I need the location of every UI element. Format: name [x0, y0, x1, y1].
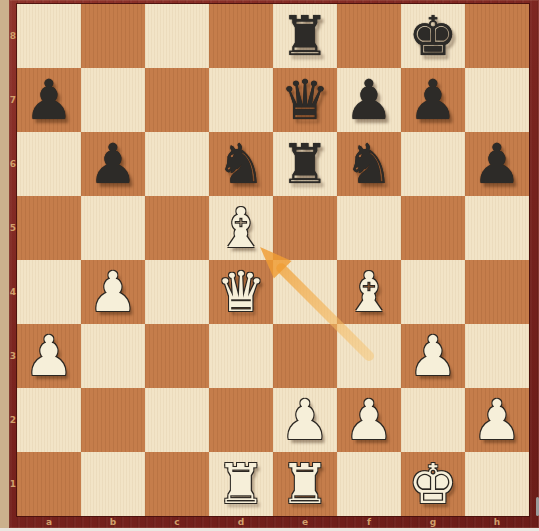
rank-label-4: 4 [9, 260, 17, 324]
square-c7[interactable] [145, 68, 209, 132]
square-e6[interactable]: ♜ [273, 132, 337, 196]
file-label-a: a [17, 516, 81, 528]
square-a5[interactable] [17, 196, 81, 260]
square-d8[interactable] [209, 4, 273, 68]
piece-black-knight-f6[interactable]: ♞ [337, 132, 401, 196]
square-h4[interactable] [465, 260, 529, 324]
square-c8[interactable] [145, 4, 209, 68]
square-c1[interactable] [145, 452, 209, 516]
square-e8[interactable]: ♜ [273, 4, 337, 68]
square-c4[interactable] [145, 260, 209, 324]
chess-app: { "game": "chess", "position": { "fen": … [0, 0, 539, 531]
square-d7[interactable] [209, 68, 273, 132]
square-g1[interactable]: ♚ [401, 452, 465, 516]
piece-black-pawn-b6[interactable]: ♟ [81, 132, 145, 196]
file-label-d: d [209, 516, 273, 528]
square-d4[interactable]: ♛ [209, 260, 273, 324]
piece-white-king-g1[interactable]: ♚ [401, 452, 465, 516]
piece-white-rook-e1[interactable]: ♜ [273, 452, 337, 516]
square-e3[interactable] [273, 324, 337, 388]
square-h8[interactable] [465, 4, 529, 68]
piece-black-knight-d6[interactable]: ♞ [209, 132, 273, 196]
piece-white-bishop-d5[interactable]: ♝ [209, 196, 273, 260]
square-g2[interactable] [401, 388, 465, 452]
piece-white-pawn-h2[interactable]: ♟ [465, 388, 529, 452]
file-label-b: b [81, 516, 145, 528]
square-f8[interactable] [337, 4, 401, 68]
rank-label-7: 7 [9, 68, 17, 132]
square-h6[interactable]: ♟ [465, 132, 529, 196]
rank-label-8: 8 [9, 4, 17, 68]
square-d6[interactable]: ♞ [209, 132, 273, 196]
square-b8[interactable] [81, 4, 145, 68]
square-a3[interactable]: ♟ [17, 324, 81, 388]
board-frame: ♜♚♟♛♟♟♟♞♜♞♟♝♟♛♝♟♟♟♟♟♜♜♚ 87654321 abcdefg… [9, 0, 539, 528]
square-g8[interactable]: ♚ [401, 4, 465, 68]
square-e1[interactable]: ♜ [273, 452, 337, 516]
square-a1[interactable] [17, 452, 81, 516]
square-f6[interactable]: ♞ [337, 132, 401, 196]
square-f2[interactable]: ♟ [337, 388, 401, 452]
square-b3[interactable] [81, 324, 145, 388]
square-d2[interactable] [209, 388, 273, 452]
file-label-g: g [401, 516, 465, 528]
square-b2[interactable] [81, 388, 145, 452]
square-d5[interactable]: ♝ [209, 196, 273, 260]
square-h1[interactable] [465, 452, 529, 516]
square-e7[interactable]: ♛ [273, 68, 337, 132]
piece-white-pawn-a3[interactable]: ♟ [17, 324, 81, 388]
square-c3[interactable] [145, 324, 209, 388]
square-h2[interactable]: ♟ [465, 388, 529, 452]
square-a4[interactable] [17, 260, 81, 324]
square-e2[interactable]: ♟ [273, 388, 337, 452]
square-g5[interactable] [401, 196, 465, 260]
piece-white-rook-d1[interactable]: ♜ [209, 452, 273, 516]
square-g3[interactable]: ♟ [401, 324, 465, 388]
rank-label-6: 6 [9, 132, 17, 196]
file-label-c: c [145, 516, 209, 528]
square-d1[interactable]: ♜ [209, 452, 273, 516]
file-label-e: e [273, 516, 337, 528]
square-f1[interactable] [337, 452, 401, 516]
square-f3[interactable] [337, 324, 401, 388]
rank-label-1: 1 [9, 452, 17, 516]
file-label-h: h [465, 516, 529, 528]
square-a2[interactable] [17, 388, 81, 452]
piece-white-pawn-f2[interactable]: ♟ [337, 388, 401, 452]
square-b1[interactable] [81, 452, 145, 516]
piece-black-pawn-g7[interactable]: ♟ [401, 68, 465, 132]
square-b7[interactable] [81, 68, 145, 132]
square-e5[interactable] [273, 196, 337, 260]
square-g6[interactable] [401, 132, 465, 196]
piece-black-queen-e7[interactable]: ♛ [273, 68, 337, 132]
rank-label-5: 5 [9, 196, 17, 260]
chess-board[interactable]: ♜♚♟♛♟♟♟♞♜♞♟♝♟♛♝♟♟♟♟♟♜♜♚ [17, 4, 529, 516]
square-g4[interactable] [401, 260, 465, 324]
square-c5[interactable] [145, 196, 209, 260]
square-c2[interactable] [145, 388, 209, 452]
square-f4[interactable]: ♝ [337, 260, 401, 324]
rank-label-2: 2 [9, 388, 17, 452]
piece-white-pawn-g3[interactable]: ♟ [401, 324, 465, 388]
piece-white-pawn-b4[interactable]: ♟ [81, 260, 145, 324]
square-h3[interactable] [465, 324, 529, 388]
piece-black-pawn-h6[interactable]: ♟ [465, 132, 529, 196]
piece-black-rook-e8[interactable]: ♜ [273, 4, 337, 68]
square-b4[interactable]: ♟ [81, 260, 145, 324]
square-a8[interactable] [17, 4, 81, 68]
piece-white-pawn-e2[interactable]: ♟ [273, 388, 337, 452]
square-g7[interactable]: ♟ [401, 68, 465, 132]
square-a7[interactable]: ♟ [17, 68, 81, 132]
square-h5[interactable] [465, 196, 529, 260]
file-label-f: f [337, 516, 401, 528]
square-b5[interactable] [81, 196, 145, 260]
square-a6[interactable] [17, 132, 81, 196]
piece-white-queen-d4[interactable]: ♛ [209, 260, 273, 324]
piece-black-king-g8[interactable]: ♚ [401, 4, 465, 68]
square-b6[interactable]: ♟ [81, 132, 145, 196]
piece-black-rook-e6[interactable]: ♜ [273, 132, 337, 196]
square-f5[interactable] [337, 196, 401, 260]
square-e4[interactable] [273, 260, 337, 324]
square-h7[interactable] [465, 68, 529, 132]
rank-label-3: 3 [9, 324, 17, 388]
piece-black-pawn-a7[interactable]: ♟ [17, 68, 81, 132]
piece-black-pawn-f7[interactable]: ♟ [337, 68, 401, 132]
square-f7[interactable]: ♟ [337, 68, 401, 132]
square-d3[interactable] [209, 324, 273, 388]
square-c6[interactable] [145, 132, 209, 196]
piece-white-bishop-f4[interactable]: ♝ [337, 260, 401, 324]
